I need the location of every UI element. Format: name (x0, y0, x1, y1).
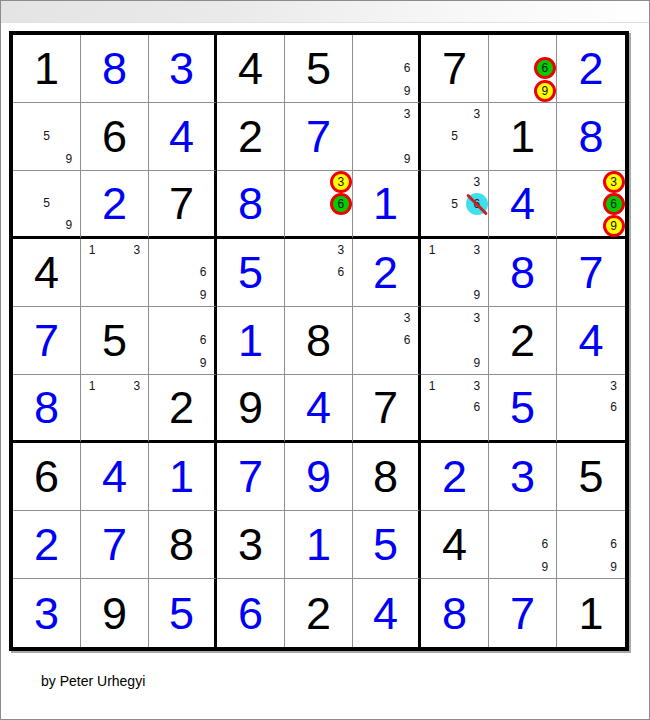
pencil-marks: 136 (421, 375, 488, 440)
cell-value: 9 (306, 454, 331, 499)
cell-r4c4[interactable]: 5 (217, 239, 285, 307)
candidate-5[interactable]: 5 (35, 125, 57, 147)
cell-value: 9 (102, 591, 127, 636)
cell-value: 5 (578, 454, 603, 499)
cell-r3c4[interactable]: 8 (217, 171, 285, 239)
cell-value: 6 (238, 591, 263, 636)
candidate-3[interactable]: 3 (126, 239, 148, 261)
cell-value: 8 (510, 250, 535, 295)
cell-r9c8[interactable]: 7 (489, 579, 557, 647)
candidate-3-circled-yellow[interactable]: 3 (330, 171, 352, 193)
cell-value: 2 (578, 46, 603, 91)
cell-r8c4[interactable]: 3 (217, 511, 285, 579)
pencil-marks: 35 (421, 103, 488, 170)
cell-r5c5[interactable]: 8 (285, 307, 353, 375)
candidate-3[interactable]: 3 (330, 239, 352, 261)
cell-r9c6[interactable]: 4 (353, 579, 421, 647)
pencil-marks: 356 (421, 171, 488, 236)
cell-r4c6[interactable]: 2 (353, 239, 421, 307)
cell-r6c5[interactable]: 4 (285, 375, 353, 443)
cell-value: 4 (238, 46, 263, 91)
candidate-9[interactable]: 9 (396, 80, 418, 102)
cell-r8c2[interactable]: 7 (81, 511, 149, 579)
cell-value: 2 (102, 181, 127, 226)
cell-r1c8[interactable]: 69 (489, 35, 557, 103)
cell-r2c9[interactable]: 8 (557, 103, 625, 171)
cell-r8c1[interactable]: 2 (13, 511, 81, 579)
cell-value: 1 (34, 46, 59, 91)
cell-r5c9[interactable]: 4 (557, 307, 625, 375)
candidate-6[interactable]: 6 (396, 57, 418, 79)
cell-r3c1[interactable]: 59 (13, 171, 81, 239)
cell-r9c4[interactable]: 6 (217, 579, 285, 647)
pencil-marks: 59 (13, 171, 80, 236)
cell-r2c6[interactable]: 39 (353, 103, 421, 171)
cell-r8c6[interactable]: 5 (353, 511, 421, 579)
cell-r7c2[interactable]: 4 (81, 443, 149, 511)
cell-value: 8 (306, 318, 331, 363)
credit-text: by Peter Urhegyi (41, 673, 145, 689)
cell-value: 5 (306, 46, 331, 91)
cell-r1c1[interactable]: 1 (13, 35, 81, 103)
cell-value: 7 (442, 46, 467, 91)
cell-r3c3[interactable]: 7 (149, 171, 217, 239)
candidate-9[interactable]: 9 (192, 352, 214, 374)
candidate-6-circled-green[interactable]: 6 (534, 57, 556, 79)
cell-r1c2[interactable]: 8 (81, 35, 149, 103)
cell-r1c9[interactable]: 2 (557, 35, 625, 103)
cell-value: 7 (102, 522, 127, 567)
cell-r8c8[interactable]: 69 (489, 511, 557, 579)
candidate-3[interactable]: 3 (466, 375, 488, 397)
candidate-3[interactable]: 3 (396, 103, 418, 125)
cell-r2c3[interactable]: 4 (149, 103, 217, 171)
cell-r4c1[interactable]: 4 (13, 239, 81, 307)
candidate-1[interactable]: 1 (421, 239, 443, 261)
cell-value: 7 (34, 318, 59, 363)
cell-r4c7[interactable]: 139 (421, 239, 489, 307)
pencil-marks: 39 (353, 103, 418, 170)
cell-value: 2 (238, 114, 263, 159)
cell-r8c9[interactable]: 69 (557, 511, 625, 579)
cell-value: 7 (306, 114, 331, 159)
cell-r2c7[interactable]: 35 (421, 103, 489, 171)
cell-r4c2[interactable]: 13 (81, 239, 149, 307)
cell-value: 9 (238, 385, 263, 430)
cell-r7c4[interactable]: 7 (217, 443, 285, 511)
cell-r8c3[interactable]: 8 (149, 511, 217, 579)
cell-value: 5 (373, 522, 398, 567)
cell-r4c8[interactable]: 8 (489, 239, 557, 307)
cell-r7c7[interactable]: 2 (421, 443, 489, 511)
candidate-slot-6: 6 (602, 193, 625, 215)
cell-value: 7 (578, 250, 603, 295)
cell-value: 5 (169, 591, 194, 636)
cell-value: 8 (578, 114, 603, 159)
pencil-marks: 69 (489, 35, 556, 102)
cell-r6c7[interactable]: 136 (421, 375, 489, 443)
cell-r5c3[interactable]: 69 (149, 307, 217, 375)
cell-r2c5[interactable]: 7 (285, 103, 353, 171)
cell-r9c7[interactable]: 8 (421, 579, 489, 647)
cell-r6c4[interactable]: 9 (217, 375, 285, 443)
cell-value: 4 (102, 454, 127, 499)
candidate-6[interactable]: 6 (602, 397, 625, 419)
cell-r9c5[interactable]: 2 (285, 579, 353, 647)
cell-value: 8 (34, 385, 59, 430)
candidate-slot-6: 6 (330, 193, 352, 215)
cell-r6c8[interactable]: 5 (489, 375, 557, 443)
cell-r9c9[interactable]: 1 (557, 579, 625, 647)
cell-r7c9[interactable]: 5 (557, 443, 625, 511)
cell-value: 1 (169, 454, 194, 499)
cell-value: 3 (169, 46, 194, 91)
candidate-slot-9: 9 (602, 215, 625, 237)
candidate-9[interactable]: 9 (534, 556, 556, 578)
cell-value: 6 (34, 454, 59, 499)
cell-r6c1[interactable]: 8 (13, 375, 81, 443)
cell-r3c2[interactable]: 2 (81, 171, 149, 239)
cell-value: 1 (238, 318, 263, 363)
cell-value: 4 (510, 181, 535, 226)
pencil-marks: 36 (557, 375, 625, 440)
pencil-marks: 69 (489, 511, 556, 578)
candidate-6-circled-green[interactable]: 6 (330, 193, 352, 215)
cell-r3c8[interactable]: 4 (489, 171, 557, 239)
cell-r7c3[interactable]: 1 (149, 443, 217, 511)
candidate-9[interactable]: 9 (602, 556, 625, 578)
candidate-3[interactable]: 3 (126, 375, 148, 397)
cell-value: 2 (373, 250, 398, 295)
cell-value: 5 (238, 250, 263, 295)
cell-r5c6[interactable]: 36 (353, 307, 421, 375)
pencil-marks: 139 (421, 239, 488, 306)
candidate-3[interactable]: 3 (466, 171, 488, 193)
cell-value: 1 (578, 591, 603, 636)
candidate-9-circled-yellow[interactable]: 9 (603, 215, 625, 237)
cell-r5c1[interactable]: 7 (13, 307, 81, 375)
cell-value: 3 (238, 522, 263, 567)
cell-value: 7 (373, 385, 398, 430)
cell-r8c7[interactable]: 4 (421, 511, 489, 579)
pencil-marks: 36 (353, 307, 418, 374)
cell-r6c6[interactable]: 7 (353, 375, 421, 443)
cell-value: 1 (373, 181, 398, 226)
candidate-3[interactable]: 3 (396, 307, 418, 329)
candidate-9[interactable]: 9 (396, 148, 418, 170)
cell-r3c7[interactable]: 356 (421, 171, 489, 239)
cell-r3c6[interactable]: 1 (353, 171, 421, 239)
cell-r6c2[interactable]: 13 (81, 375, 149, 443)
cell-value: 3 (34, 591, 59, 636)
candidate-slot-3: 3 (330, 171, 352, 193)
cell-r2c8[interactable]: 1 (489, 103, 557, 171)
candidate-slot-6: 6 (466, 193, 488, 215)
candidate-3[interactable]: 3 (466, 103, 488, 125)
pencil-marks: 369 (557, 171, 625, 236)
candidate-slot-9: 9 (534, 80, 556, 102)
cell-r4c5[interactable]: 36 (285, 239, 353, 307)
cell-value: 4 (169, 114, 194, 159)
cell-value: 1 (510, 114, 535, 159)
pencil-marks: 39 (421, 307, 488, 374)
candidate-9-circled-yellow[interactable]: 9 (534, 80, 556, 102)
cell-r5c2[interactable]: 5 (81, 307, 149, 375)
cell-r3c9[interactable]: 369 (557, 171, 625, 239)
cell-r7c6[interactable]: 8 (353, 443, 421, 511)
cell-r5c4[interactable]: 1 (217, 307, 285, 375)
candidate-3[interactable]: 3 (466, 307, 488, 329)
pencil-marks: 69 (149, 307, 214, 374)
pencil-marks: 69 (557, 511, 625, 578)
candidate-6-circled-green[interactable]: 6 (603, 193, 625, 215)
candidate-6[interactable]: 6 (396, 329, 418, 351)
cell-value: 4 (373, 591, 398, 636)
cell-r1c6[interactable]: 69 (353, 35, 421, 103)
cell-value: 4 (34, 250, 59, 295)
cell-value: 8 (169, 522, 194, 567)
candidate-6[interactable]: 6 (466, 397, 488, 419)
candidate-6-eliminated-highlight[interactable]: 6 (466, 193, 488, 215)
cell-value: 4 (442, 522, 467, 567)
cell-value: 4 (306, 385, 331, 430)
pencil-marks: 69 (353, 35, 418, 102)
cell-r8c5[interactable]: 1 (285, 511, 353, 579)
candidate-slot-3: 3 (602, 171, 625, 193)
cell-r2c4[interactable]: 2 (217, 103, 285, 171)
candidate-5[interactable]: 5 (443, 125, 465, 147)
candidate-9[interactable]: 9 (58, 148, 80, 170)
cell-value: 8 (373, 454, 398, 499)
cell-r3c5[interactable]: 36 (285, 171, 353, 239)
candidate-3[interactable]: 3 (466, 239, 488, 261)
candidate-3[interactable]: 3 (602, 375, 625, 397)
cell-r2c1[interactable]: 59 (13, 103, 81, 171)
cell-value: 7 (510, 591, 535, 636)
cell-r6c3[interactable]: 2 (149, 375, 217, 443)
cell-value: 8 (238, 181, 263, 226)
cell-value: 2 (442, 454, 467, 499)
candidate-1[interactable]: 1 (81, 375, 103, 397)
cell-r1c5[interactable]: 5 (285, 35, 353, 103)
candidate-6[interactable]: 6 (192, 329, 214, 351)
candidate-6[interactable]: 6 (330, 261, 352, 283)
cell-value: 2 (34, 522, 59, 567)
cell-r1c4[interactable]: 4 (217, 35, 285, 103)
pencil-marks: 69 (149, 239, 214, 306)
sudoku-app-page: 1834569769259642739351859278361356436941… (0, 0, 650, 720)
cell-r9c3[interactable]: 5 (149, 579, 217, 647)
cell-value: 3 (510, 454, 535, 499)
candidate-6[interactable]: 6 (602, 533, 625, 555)
candidate-5[interactable]: 5 (35, 193, 57, 215)
pencil-marks: 36 (285, 171, 352, 236)
pencil-marks: 13 (81, 375, 148, 440)
cell-r4c9[interactable]: 7 (557, 239, 625, 307)
cell-value: 1 (306, 522, 331, 567)
cell-value: 4 (578, 318, 603, 363)
cell-value: 5 (102, 318, 127, 363)
candidate-6[interactable]: 6 (192, 261, 214, 283)
cell-r2c2[interactable]: 6 (81, 103, 149, 171)
cell-r9c1[interactable]: 3 (13, 579, 81, 647)
cell-r7c8[interactable]: 3 (489, 443, 557, 511)
cell-value: 2 (169, 385, 194, 430)
candidate-9[interactable]: 9 (466, 284, 488, 306)
cell-r5c7[interactable]: 39 (421, 307, 489, 375)
window-top-bar (1, 1, 649, 23)
cell-value: 8 (102, 46, 127, 91)
cell-r5c8[interactable]: 2 (489, 307, 557, 375)
candidate-9[interactable]: 9 (466, 352, 488, 374)
candidate-1[interactable]: 1 (421, 375, 443, 397)
cell-value: 2 (510, 318, 535, 363)
elimination-slash-icon (466, 193, 488, 215)
cell-value: 2 (306, 591, 331, 636)
cell-r1c7[interactable]: 7 (421, 35, 489, 103)
pencil-marks: 59 (13, 103, 80, 170)
candidate-slot-6: 6 (534, 57, 556, 79)
candidate-3-circled-yellow[interactable]: 3 (603, 171, 625, 193)
cell-r7c1[interactable]: 6 (13, 443, 81, 511)
cell-value: 5 (510, 385, 535, 430)
sudoku-board: 1834569769259642739351859278361356436941… (9, 31, 629, 651)
pencil-marks: 13 (81, 239, 148, 306)
cell-value: 6 (102, 114, 127, 159)
cell-value: 7 (238, 454, 263, 499)
cell-r6c9[interactable]: 36 (557, 375, 625, 443)
cell-r4c3[interactable]: 69 (149, 239, 217, 307)
candidate-9[interactable]: 9 (58, 214, 80, 236)
cell-value: 8 (442, 591, 467, 636)
cell-r1c3[interactable]: 3 (149, 35, 217, 103)
candidate-9[interactable]: 9 (192, 284, 214, 306)
candidate-6[interactable]: 6 (534, 533, 556, 555)
cell-r7c5[interactable]: 9 (285, 443, 353, 511)
cell-r9c2[interactable]: 9 (81, 579, 149, 647)
candidate-1[interactable]: 1 (81, 239, 103, 261)
cell-value: 7 (169, 181, 194, 226)
candidate-5[interactable]: 5 (443, 193, 465, 215)
pencil-marks: 36 (285, 239, 352, 306)
